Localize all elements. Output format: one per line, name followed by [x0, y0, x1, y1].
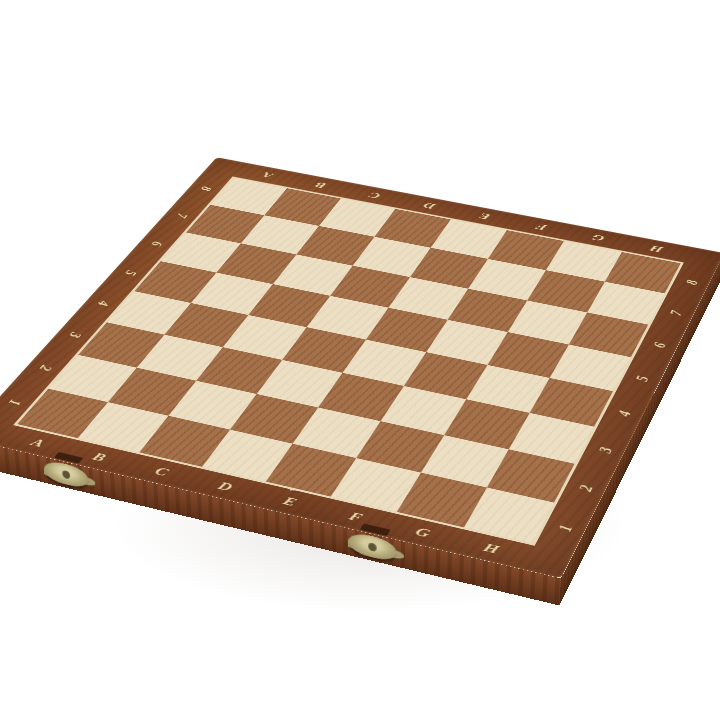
piece-glyph: ♞: [461, 306, 508, 326]
piece-glyph: ♟: [291, 272, 328, 287]
piece-glyph: ♞: [278, 204, 321, 221]
piece-glyph: ♟: [210, 291, 248, 307]
piece-glyph: ♝: [499, 246, 547, 265]
piece-glyph: ♟: [204, 221, 241, 235]
piece-glyph: ♛: [418, 264, 474, 287]
piece-glyph: ♝: [235, 333, 286, 354]
piece-glyph: ♟: [545, 288, 584, 304]
piece-glyph: ♟: [385, 327, 423, 344]
product-photo-scene: AABBCCDDEEFFGGHH8877665544332211 ♜♝♚♞♜♟♟…: [0, 0, 720, 720]
piece-glyph: ♜: [225, 194, 266, 210]
piece-glyph: ♜: [618, 269, 663, 287]
piece-glyph: ♟: [604, 300, 644, 316]
piece-glyph: ♚: [435, 234, 495, 258]
